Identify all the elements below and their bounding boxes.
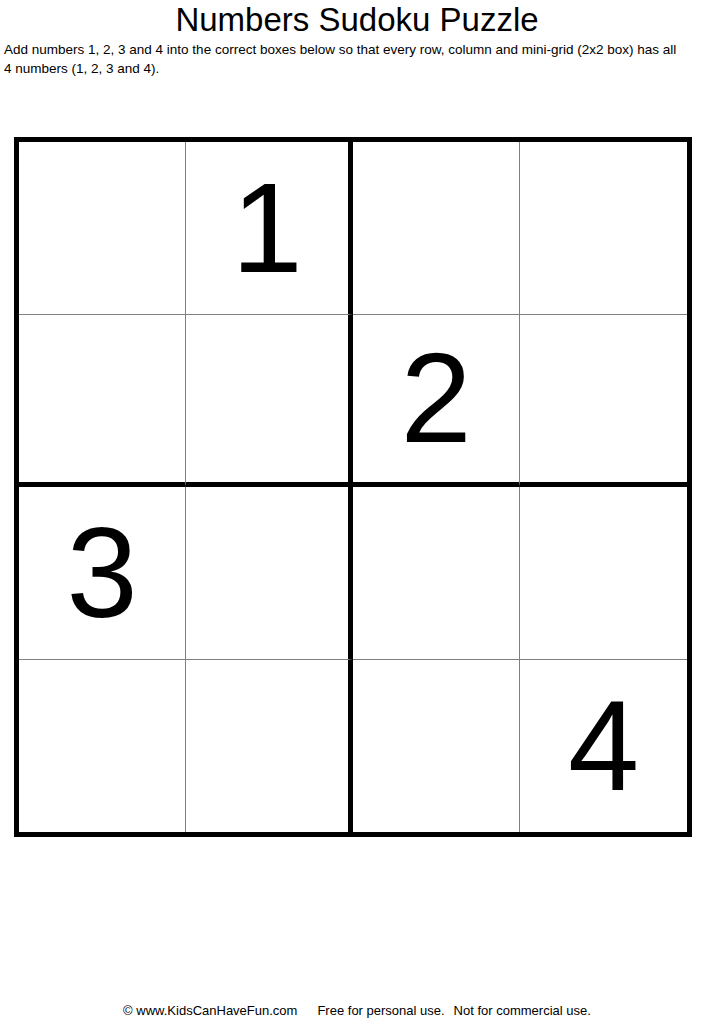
cell-r3c1: 3 <box>19 487 186 660</box>
sudoku-grid: 1 2 3 4 <box>14 137 692 837</box>
instructions-line-1: Add numbers 1, 2, 3 and 4 into the corre… <box>4 41 712 60</box>
footer-commercial-use: Not for commercial use. <box>454 1003 591 1018</box>
cell-r2c2[interactable] <box>186 315 353 488</box>
cell-r3c4[interactable] <box>520 487 687 660</box>
cell-r4c2[interactable] <box>186 660 353 833</box>
instructions-line-2: 4 numbers (1, 2, 3 and 4). <box>4 60 712 79</box>
footer-personal-use: Free for personal use. <box>317 1003 444 1018</box>
page-title: Numbers Sudoku Puzzle <box>0 1 714 39</box>
footer: © www.KidsCanHaveFun.comFree for persona… <box>0 1003 714 1018</box>
cell-r1c1[interactable] <box>19 142 186 315</box>
cell-r2c1[interactable] <box>19 315 186 488</box>
cell-r3c3[interactable] <box>353 487 520 660</box>
cell-r4c4: 4 <box>520 660 687 833</box>
cell-r4c3[interactable] <box>353 660 520 833</box>
cell-r2c4[interactable] <box>520 315 687 488</box>
worksheet-page: Numbers Sudoku Puzzle Add numbers 1, 2, … <box>0 0 714 1024</box>
cell-r2c3: 2 <box>353 315 520 488</box>
cell-r4c1[interactable] <box>19 660 186 833</box>
cell-r3c2[interactable] <box>186 487 353 660</box>
cell-r1c3[interactable] <box>353 142 520 315</box>
cell-r1c2: 1 <box>186 142 353 315</box>
instructions: Add numbers 1, 2, 3 and 4 into the corre… <box>4 41 712 78</box>
cell-r1c4[interactable] <box>520 142 687 315</box>
footer-copyright: © www.KidsCanHaveFun.com <box>123 1003 297 1018</box>
